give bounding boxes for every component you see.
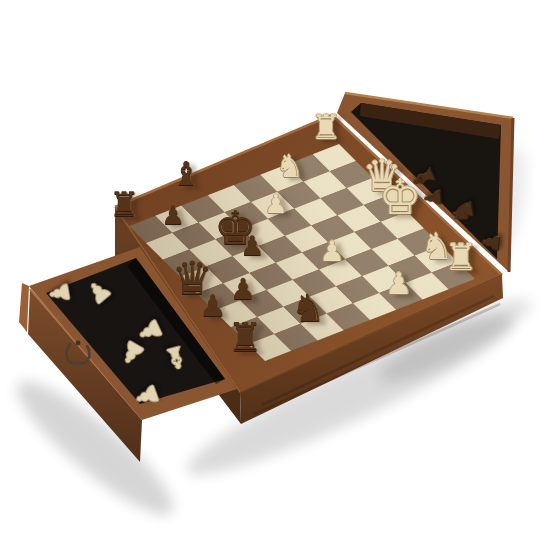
chess-set-photo: ♜♞♟♛♚♟♞♜♟♜♟♝♚♟♛♟♟♞♜♟♟♟♟♝♟♝♟♞♟ [0, 0, 560, 560]
left-drawer-end-face [19, 283, 29, 332]
